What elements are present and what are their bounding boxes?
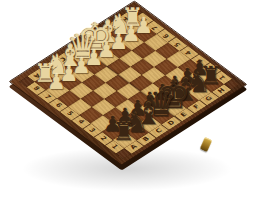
chess-set-photo: ABCDEFGH ABCDEFGH 87654321 87654321 ♜♞♝♛…	[0, 0, 267, 201]
piece-black-rook[interactable]: ♜	[112, 119, 134, 144]
piece-white-pawn[interactable]: ♟	[47, 73, 66, 94]
